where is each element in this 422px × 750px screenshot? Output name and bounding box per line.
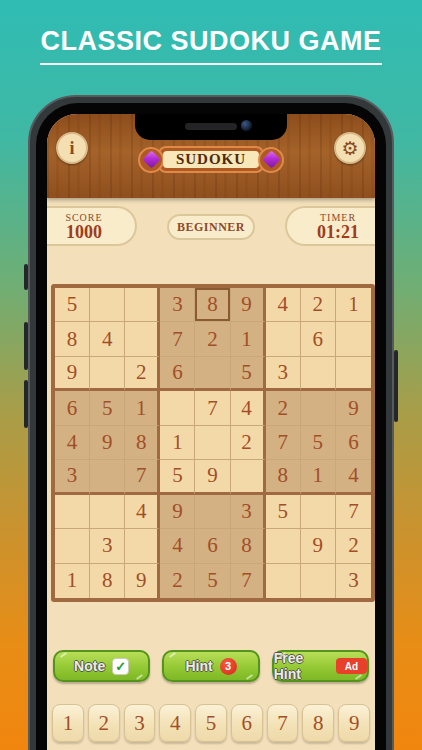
sudoku-cell-r2c5[interactable]: 2 xyxy=(195,322,230,356)
hint-count-badge: 3 xyxy=(220,658,237,675)
sudoku-cell-r7c3[interactable]: 4 xyxy=(125,495,160,529)
sudoku-cell-r1c4[interactable]: 3 xyxy=(160,288,195,322)
sudoku-cell-r4c4[interactable] xyxy=(160,391,195,425)
sudoku-cell-r5c8[interactable]: 5 xyxy=(301,426,336,460)
sudoku-cell-r2c9[interactable] xyxy=(336,322,371,356)
volume-down-button xyxy=(24,380,28,428)
sudoku-cell-r1c5[interactable]: 8 xyxy=(195,288,230,322)
sudoku-cell-r1c2[interactable] xyxy=(90,288,125,322)
sudoku-cell-r4c8[interactable] xyxy=(301,391,336,425)
sudoku-cell-r9c3[interactable]: 9 xyxy=(125,564,160,598)
phone-notch xyxy=(135,114,287,140)
sudoku-cell-r7c6[interactable]: 3 xyxy=(231,495,266,529)
numpad-key-8[interactable]: 8 xyxy=(302,704,334,742)
sudoku-cell-r4c1[interactable]: 6 xyxy=(55,391,90,425)
sudoku-cell-r3c8[interactable] xyxy=(301,357,336,391)
numpad-key-7[interactable]: 7 xyxy=(267,704,299,742)
power-button xyxy=(394,350,398,422)
sudoku-cell-r3c5[interactable] xyxy=(195,357,230,391)
sudoku-cell-r9c5[interactable]: 5 xyxy=(195,564,230,598)
timer-value: 01:21 xyxy=(301,223,375,241)
sudoku-cell-r9c9[interactable]: 3 xyxy=(336,564,371,598)
sudoku-cell-r6c8[interactable]: 1 xyxy=(301,460,336,494)
sudoku-cell-r6c6[interactable] xyxy=(231,460,266,494)
sudoku-board: 5389421847216926536517429498127563759814… xyxy=(51,284,375,602)
stats-row: SCORE 1000 BEGINNER TIMER 01:21 xyxy=(47,206,375,246)
page-title-text: CLASSIC SUDOKU GAME xyxy=(40,26,381,65)
sudoku-cell-r2c8[interactable]: 6 xyxy=(301,322,336,356)
numpad-key-4[interactable]: 4 xyxy=(159,704,191,742)
gem-left-icon xyxy=(138,147,164,173)
sudoku-cell-r1c7[interactable]: 4 xyxy=(266,288,301,322)
sudoku-cell-r2c2[interactable]: 4 xyxy=(90,322,125,356)
sudoku-cell-r4c7[interactable]: 2 xyxy=(266,391,301,425)
sudoku-cell-r2c7[interactable] xyxy=(266,322,301,356)
info-button[interactable]: i xyxy=(56,132,88,164)
hint-button-label: Hint xyxy=(185,658,212,674)
note-button-label: Note xyxy=(74,658,105,674)
sudoku-cell-r4c2[interactable]: 5 xyxy=(90,391,125,425)
score-pill: SCORE 1000 xyxy=(47,206,137,246)
sudoku-cell-r8c1[interactable] xyxy=(55,529,90,563)
sudoku-cell-r9c4[interactable]: 2 xyxy=(160,564,195,598)
sudoku-cell-r7c8[interactable] xyxy=(301,495,336,529)
action-buttons: Note ✓ Hint 3 Free Hint Ad xyxy=(47,650,375,682)
numpad-key-9[interactable]: 9 xyxy=(338,704,370,742)
timer-pill: TIMER 01:21 xyxy=(285,206,375,246)
sudoku-cell-r3c9[interactable] xyxy=(336,357,371,391)
sudoku-cell-r3c4[interactable]: 6 xyxy=(160,357,195,391)
note-checkbox: ✓ xyxy=(112,658,129,675)
app-header: i SUDOKU ⚙ xyxy=(47,114,375,198)
sudoku-cell-r8c4[interactable]: 4 xyxy=(160,529,195,563)
sudoku-cell-r7c9[interactable]: 7 xyxy=(336,495,371,529)
score-value: 1000 xyxy=(47,223,121,241)
sudoku-cell-r5c7[interactable]: 7 xyxy=(266,426,301,460)
sudoku-cell-r7c2[interactable] xyxy=(90,495,125,529)
sudoku-cell-r7c4[interactable]: 9 xyxy=(160,495,195,529)
timer-label: TIMER xyxy=(301,212,375,223)
score-label: SCORE xyxy=(47,212,121,223)
sudoku-cell-r4c5[interactable]: 7 xyxy=(195,391,230,425)
sudoku-cell-r5c2[interactable]: 9 xyxy=(90,426,125,460)
level-badge: BEGINNER xyxy=(167,214,255,240)
sudoku-cell-r5c6[interactable]: 2 xyxy=(231,426,266,460)
note-button[interactable]: Note ✓ xyxy=(53,650,150,682)
sudoku-cell-r1c9[interactable]: 1 xyxy=(336,288,371,322)
mute-switch xyxy=(24,264,28,290)
ad-badge: Ad xyxy=(336,658,367,674)
sudoku-cell-r3c7[interactable]: 3 xyxy=(266,357,301,391)
sudoku-cell-r7c7[interactable]: 5 xyxy=(266,495,301,529)
sudoku-cell-r6c7[interactable]: 8 xyxy=(266,460,301,494)
sudoku-cell-r2c3[interactable] xyxy=(125,322,160,356)
sudoku-cell-r8c2[interactable]: 3 xyxy=(90,529,125,563)
sudoku-cell-r9c8[interactable] xyxy=(301,564,336,598)
app-logo: SUDOKU xyxy=(163,151,259,168)
sudoku-cell-r5c3[interactable]: 8 xyxy=(125,426,160,460)
gear-icon: ⚙ xyxy=(341,137,358,159)
sudoku-cell-r2c1[interactable]: 8 xyxy=(55,322,90,356)
sudoku-cell-r3c6[interactable]: 5 xyxy=(231,357,266,391)
sudoku-cell-r5c4[interactable]: 1 xyxy=(160,426,195,460)
sudoku-cell-r8c5[interactable]: 6 xyxy=(195,529,230,563)
sudoku-cell-r8c7[interactable] xyxy=(266,529,301,563)
camera-icon xyxy=(241,120,252,131)
check-icon: ✓ xyxy=(115,659,126,674)
sudoku-cell-r9c7[interactable] xyxy=(266,564,301,598)
phone-frame: i SUDOKU ⚙ SCORE 1000 BEGINNER TIMER xyxy=(28,95,394,750)
sudoku-cell-r6c4[interactable]: 5 xyxy=(160,460,195,494)
sudoku-cell-r6c1[interactable]: 3 xyxy=(55,460,90,494)
sudoku-cell-r5c9[interactable]: 6 xyxy=(336,426,371,460)
info-icon: i xyxy=(69,138,74,159)
sudoku-cell-r9c6[interactable]: 7 xyxy=(231,564,266,598)
sudoku-cell-r1c3[interactable] xyxy=(125,288,160,322)
sudoku-cell-r9c2[interactable]: 8 xyxy=(90,564,125,598)
sudoku-cell-r3c3[interactable]: 2 xyxy=(125,357,160,391)
sudoku-cell-r8c3[interactable] xyxy=(125,529,160,563)
sudoku-cell-r6c9[interactable]: 4 xyxy=(336,460,371,494)
speaker-icon xyxy=(185,123,237,130)
sudoku-cell-r5c5[interactable] xyxy=(195,426,230,460)
numpad-key-2[interactable]: 2 xyxy=(88,704,120,742)
sudoku-cell-r4c9[interactable]: 9 xyxy=(336,391,371,425)
numpad-key-3[interactable]: 3 xyxy=(124,704,156,742)
page-title: CLASSIC SUDOKU GAME xyxy=(0,26,422,65)
sudoku-cell-r8c9[interactable]: 2 xyxy=(336,529,371,563)
sudoku-cell-r6c3[interactable]: 7 xyxy=(125,460,160,494)
sudoku-cell-r2c4[interactable]: 7 xyxy=(160,322,195,356)
gem-right-icon xyxy=(258,147,284,173)
sudoku-cell-r3c1[interactable]: 9 xyxy=(55,357,90,391)
logo-plaque: SUDOKU xyxy=(158,146,264,173)
sudoku-cell-r1c8[interactable]: 2 xyxy=(301,288,336,322)
sudoku-cell-r8c8[interactable]: 9 xyxy=(301,529,336,563)
sudoku-cell-r1c6[interactable]: 9 xyxy=(231,288,266,322)
numpad-key-5[interactable]: 5 xyxy=(195,704,227,742)
sudoku-cell-r1c1[interactable]: 5 xyxy=(55,288,90,322)
numpad-key-6[interactable]: 6 xyxy=(231,704,263,742)
sudoku-cell-r7c5[interactable] xyxy=(195,495,230,529)
free-hint-button[interactable]: Free Hint Ad xyxy=(272,650,369,682)
sudoku-cell-r8c6[interactable]: 8 xyxy=(231,529,266,563)
sudoku-cell-r3c2[interactable] xyxy=(90,357,125,391)
sudoku-cell-r4c6[interactable]: 4 xyxy=(231,391,266,425)
hint-button[interactable]: Hint 3 xyxy=(162,650,259,682)
volume-up-button xyxy=(24,322,28,370)
numpad-key-1[interactable]: 1 xyxy=(52,704,84,742)
numpad: 123456789 xyxy=(47,704,375,742)
sudoku-cell-r9c1[interactable]: 1 xyxy=(55,564,90,598)
sudoku-cell-r6c5[interactable]: 9 xyxy=(195,460,230,494)
phone-screen: i SUDOKU ⚙ SCORE 1000 BEGINNER TIMER xyxy=(47,114,375,750)
sudoku-cell-r5c1[interactable]: 4 xyxy=(55,426,90,460)
sudoku-cell-r6c2[interactable] xyxy=(90,460,125,494)
settings-button[interactable]: ⚙ xyxy=(334,132,366,164)
free-hint-button-label: Free Hint xyxy=(274,650,329,682)
sudoku-cell-r7c1[interactable] xyxy=(55,495,90,529)
sudoku-cell-r2c6[interactable]: 1 xyxy=(231,322,266,356)
sudoku-cell-r4c3[interactable]: 1 xyxy=(125,391,160,425)
